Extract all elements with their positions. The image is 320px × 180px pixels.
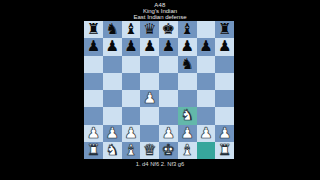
square-d4[interactable]: ♟ [140, 90, 159, 107]
piece-black-queen: ♛ [143, 22, 156, 37]
square-b8[interactable]: ♞ [103, 21, 122, 38]
square-d1[interactable]: ♛ [140, 142, 159, 159]
piece-white-knight: ♞ [105, 143, 118, 158]
square-f5[interactable] [178, 73, 197, 90]
square-b1[interactable]: ♞ [103, 142, 122, 159]
square-h1[interactable]: ♜ [215, 142, 234, 159]
square-f3[interactable]: ♞ [178, 107, 197, 124]
piece-black-pawn: ♟ [87, 39, 100, 54]
square-b3[interactable] [103, 107, 122, 124]
piece-white-rook: ♜ [87, 143, 100, 158]
piece-black-pawn: ♟ [124, 39, 137, 54]
square-a7[interactable]: ♟ [84, 38, 103, 55]
piece-black-pawn: ♟ [180, 39, 193, 54]
square-c7[interactable]: ♟ [122, 38, 141, 55]
square-h8[interactable]: ♜ [215, 21, 234, 38]
square-a4[interactable] [84, 90, 103, 107]
square-g3[interactable] [197, 107, 216, 124]
square-b7[interactable]: ♟ [103, 38, 122, 55]
piece-black-rook: ♜ [87, 22, 100, 37]
piece-white-bishop: ♝ [180, 143, 193, 158]
piece-black-knight: ♞ [180, 57, 193, 72]
piece-black-pawn: ♟ [199, 39, 212, 54]
square-c1[interactable]: ♝ [122, 142, 141, 159]
square-f1[interactable]: ♝ [178, 142, 197, 159]
square-e6[interactable] [159, 56, 178, 73]
square-c8[interactable]: ♝ [122, 21, 141, 38]
piece-black-pawn: ♟ [143, 39, 156, 54]
variation-name: East Indian defense [0, 14, 320, 20]
square-g7[interactable]: ♟ [197, 38, 216, 55]
square-a1[interactable]: ♜ [84, 142, 103, 159]
piece-white-pawn: ♟ [180, 126, 193, 141]
square-d8[interactable]: ♛ [140, 21, 159, 38]
square-g5[interactable] [197, 73, 216, 90]
piece-white-bishop: ♝ [124, 143, 137, 158]
square-d3[interactable] [140, 107, 159, 124]
square-c6[interactable] [122, 56, 141, 73]
square-c5[interactable] [122, 73, 141, 90]
square-f6[interactable]: ♞ [178, 56, 197, 73]
piece-black-pawn: ♟ [105, 39, 118, 54]
square-h4[interactable] [215, 90, 234, 107]
piece-white-rook: ♜ [218, 143, 231, 158]
square-c4[interactable] [122, 90, 141, 107]
piece-black-king: ♚ [162, 22, 175, 37]
square-d2[interactable] [140, 125, 159, 142]
square-d5[interactable] [140, 73, 159, 90]
square-a6[interactable] [84, 56, 103, 73]
square-b6[interactable] [103, 56, 122, 73]
square-a3[interactable] [84, 107, 103, 124]
piece-white-king: ♚ [162, 143, 175, 158]
piece-black-knight: ♞ [105, 22, 118, 37]
piece-white-pawn: ♟ [218, 126, 231, 141]
square-f7[interactable]: ♟ [178, 38, 197, 55]
piece-white-pawn: ♟ [143, 91, 156, 106]
square-a8[interactable]: ♜ [84, 21, 103, 38]
square-d6[interactable] [140, 56, 159, 73]
square-f4[interactable] [178, 90, 197, 107]
square-h5[interactable] [215, 73, 234, 90]
piece-white-pawn: ♟ [162, 126, 175, 141]
square-b4[interactable] [103, 90, 122, 107]
moves-line: 1. d4 Nf6 2. Nf3 g6 [0, 161, 320, 167]
square-e3[interactable] [159, 107, 178, 124]
piece-white-knight: ♞ [180, 108, 193, 123]
square-d7[interactable]: ♟ [140, 38, 159, 55]
square-b5[interactable] [103, 73, 122, 90]
square-b2[interactable]: ♟ [103, 125, 122, 142]
square-c3[interactable] [122, 107, 141, 124]
square-h3[interactable] [215, 107, 234, 124]
piece-black-pawn: ♟ [162, 39, 175, 54]
square-g4[interactable] [197, 90, 216, 107]
square-e7[interactable]: ♟ [159, 38, 178, 55]
square-a5[interactable] [84, 73, 103, 90]
piece-white-queen: ♛ [143, 143, 156, 158]
square-g1[interactable] [197, 142, 216, 159]
chess-board: ♜♞♝♛♚♝♜♟♟♟♟♟♟♟♟♞♟♞♟♟♟♟♟♟♟♜♞♝♛♚♝♜ [84, 21, 234, 159]
square-e4[interactable] [159, 90, 178, 107]
piece-black-bishop: ♝ [124, 22, 137, 37]
square-f8[interactable]: ♝ [178, 21, 197, 38]
square-e5[interactable] [159, 73, 178, 90]
square-g8[interactable] [197, 21, 216, 38]
square-g6[interactable] [197, 56, 216, 73]
piece-white-pawn: ♟ [124, 126, 137, 141]
piece-black-bishop: ♝ [180, 22, 193, 37]
square-e1[interactable]: ♚ [159, 142, 178, 159]
square-e2[interactable]: ♟ [159, 125, 178, 142]
square-h7[interactable]: ♟ [215, 38, 234, 55]
piece-white-pawn: ♟ [87, 126, 100, 141]
square-h2[interactable]: ♟ [215, 125, 234, 142]
piece-black-rook: ♜ [218, 22, 231, 37]
square-c2[interactable]: ♟ [122, 125, 141, 142]
square-f2[interactable]: ♟ [178, 125, 197, 142]
square-e8[interactable]: ♚ [159, 21, 178, 38]
opening-header: A48 King's Indian East Indian defense [0, 2, 320, 21]
square-h6[interactable] [215, 56, 234, 73]
square-g2[interactable]: ♟ [197, 125, 216, 142]
piece-white-pawn: ♟ [105, 126, 118, 141]
square-a2[interactable]: ♟ [84, 125, 103, 142]
piece-black-pawn: ♟ [218, 39, 231, 54]
piece-white-pawn: ♟ [199, 126, 212, 141]
